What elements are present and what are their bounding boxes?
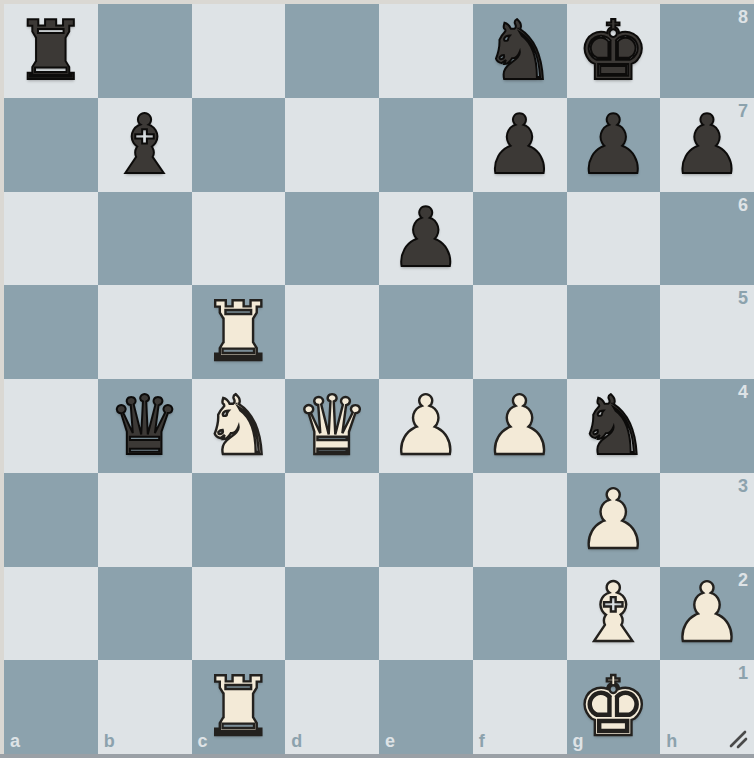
bottom-edge xyxy=(0,754,754,758)
square-g4[interactable]: ♞ xyxy=(567,379,661,473)
square-f3[interactable] xyxy=(473,473,567,567)
piece-black-knight[interactable]: ♞ xyxy=(473,4,567,98)
square-d6[interactable] xyxy=(285,192,379,286)
piece-white-pawn[interactable]: ♟ xyxy=(660,567,754,661)
square-f1[interactable]: f xyxy=(473,660,567,754)
file-label-h: h xyxy=(666,731,677,752)
square-d5[interactable] xyxy=(285,285,379,379)
board-frame: ♜♞♚8♝♟♟7♟♟6♜5♛♞♛♟♟♞4♟3♝2♟abc♜defg♚1h xyxy=(0,0,754,758)
square-g6[interactable] xyxy=(567,192,661,286)
piece-black-bishop[interactable]: ♝ xyxy=(98,98,192,192)
file-label-b: b xyxy=(104,731,115,752)
square-d3[interactable] xyxy=(285,473,379,567)
rank-label-4: 4 xyxy=(738,382,748,403)
square-e8[interactable] xyxy=(379,4,473,98)
file-label-d: d xyxy=(291,731,302,752)
square-b8[interactable] xyxy=(98,4,192,98)
square-c7[interactable] xyxy=(192,98,286,192)
rank-label-3: 3 xyxy=(738,476,748,497)
square-c5[interactable]: ♜ xyxy=(192,285,286,379)
piece-black-knight[interactable]: ♞ xyxy=(567,379,661,473)
square-b3[interactable] xyxy=(98,473,192,567)
square-f2[interactable] xyxy=(473,567,567,661)
piece-white-knight[interactable]: ♞ xyxy=(192,379,286,473)
square-h4[interactable]: 4 xyxy=(660,379,754,473)
square-g5[interactable] xyxy=(567,285,661,379)
square-c6[interactable] xyxy=(192,192,286,286)
square-e4[interactable]: ♟ xyxy=(379,379,473,473)
square-b5[interactable] xyxy=(98,285,192,379)
square-a2[interactable] xyxy=(4,567,98,661)
square-a5[interactable] xyxy=(4,285,98,379)
square-h5[interactable]: 5 xyxy=(660,285,754,379)
square-d2[interactable] xyxy=(285,567,379,661)
square-f4[interactable]: ♟ xyxy=(473,379,567,473)
piece-black-king[interactable]: ♚ xyxy=(567,4,661,98)
square-e3[interactable] xyxy=(379,473,473,567)
square-h3[interactable]: 3 xyxy=(660,473,754,567)
resize-handle-icon[interactable] xyxy=(727,728,749,750)
piece-black-pawn[interactable]: ♟ xyxy=(660,98,754,192)
piece-white-bishop[interactable]: ♝ xyxy=(567,567,661,661)
rank-label-6: 6 xyxy=(738,195,748,216)
square-b2[interactable] xyxy=(98,567,192,661)
piece-white-rook[interactable]: ♜ xyxy=(192,285,286,379)
square-b1[interactable]: b xyxy=(98,660,192,754)
square-b6[interactable] xyxy=(98,192,192,286)
square-g3[interactable]: ♟ xyxy=(567,473,661,567)
square-d8[interactable] xyxy=(285,4,379,98)
square-d4[interactable]: ♛ xyxy=(285,379,379,473)
square-e7[interactable] xyxy=(379,98,473,192)
square-h2[interactable]: 2♟ xyxy=(660,567,754,661)
square-c4[interactable]: ♞ xyxy=(192,379,286,473)
piece-white-king[interactable]: ♚ xyxy=(567,660,661,754)
piece-black-pawn[interactable]: ♟ xyxy=(567,98,661,192)
square-c1[interactable]: c♜ xyxy=(192,660,286,754)
square-e1[interactable]: e xyxy=(379,660,473,754)
piece-black-rook[interactable]: ♜ xyxy=(4,4,98,98)
square-h6[interactable]: 6 xyxy=(660,192,754,286)
square-a6[interactable] xyxy=(4,192,98,286)
square-a1[interactable]: a xyxy=(4,660,98,754)
piece-black-pawn[interactable]: ♟ xyxy=(473,98,567,192)
file-label-f: f xyxy=(479,731,485,752)
square-f8[interactable]: ♞ xyxy=(473,4,567,98)
square-g2[interactable]: ♝ xyxy=(567,567,661,661)
square-b4[interactable]: ♛ xyxy=(98,379,192,473)
square-a7[interactable] xyxy=(4,98,98,192)
square-h7[interactable]: 7♟ xyxy=(660,98,754,192)
square-a8[interactable]: ♜ xyxy=(4,4,98,98)
square-c8[interactable] xyxy=(192,4,286,98)
file-label-a: a xyxy=(10,731,20,752)
square-e5[interactable] xyxy=(379,285,473,379)
square-d7[interactable] xyxy=(285,98,379,192)
rank-label-8: 8 xyxy=(738,7,748,28)
rank-label-5: 5 xyxy=(738,288,748,309)
square-e2[interactable] xyxy=(379,567,473,661)
square-a4[interactable] xyxy=(4,379,98,473)
square-e6[interactable]: ♟ xyxy=(379,192,473,286)
chess-board: ♜♞♚8♝♟♟7♟♟6♜5♛♞♛♟♟♞4♟3♝2♟abc♜defg♚1h xyxy=(4,4,754,754)
square-a3[interactable] xyxy=(4,473,98,567)
piece-black-queen[interactable]: ♛ xyxy=(98,379,192,473)
square-c2[interactable] xyxy=(192,567,286,661)
square-g7[interactable]: ♟ xyxy=(567,98,661,192)
piece-white-pawn[interactable]: ♟ xyxy=(379,379,473,473)
square-f7[interactable]: ♟ xyxy=(473,98,567,192)
piece-black-pawn[interactable]: ♟ xyxy=(379,192,473,286)
rank-label-1: 1 xyxy=(738,663,748,684)
square-c3[interactable] xyxy=(192,473,286,567)
piece-white-rook[interactable]: ♜ xyxy=(192,660,286,754)
square-h8[interactable]: 8 xyxy=(660,4,754,98)
piece-white-pawn[interactable]: ♟ xyxy=(473,379,567,473)
square-b7[interactable]: ♝ xyxy=(98,98,192,192)
square-d1[interactable]: d xyxy=(285,660,379,754)
square-f6[interactable] xyxy=(473,192,567,286)
file-label-e: e xyxy=(385,731,395,752)
piece-white-pawn[interactable]: ♟ xyxy=(567,473,661,567)
square-f5[interactable] xyxy=(473,285,567,379)
piece-white-queen[interactable]: ♛ xyxy=(285,379,379,473)
square-g1[interactable]: g♚ xyxy=(567,660,661,754)
square-g8[interactable]: ♚ xyxy=(567,4,661,98)
